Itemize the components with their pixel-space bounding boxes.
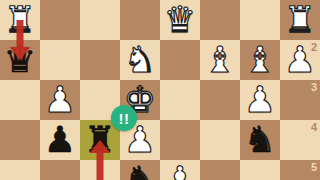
square-d4[interactable] [160, 120, 200, 160]
white-rook-a1[interactable]: ♜ [280, 0, 320, 40]
square-f5[interactable] [80, 160, 120, 180]
square-g5[interactable] [40, 160, 80, 180]
square-d2[interactable] [160, 40, 200, 80]
square-h1[interactable]: ♜ [0, 0, 40, 40]
square-h5[interactable] [0, 160, 40, 180]
square-g2[interactable] [40, 40, 80, 80]
white-knight-e2[interactable]: ♞ [120, 40, 160, 80]
square-e1[interactable] [120, 0, 160, 40]
white-bishop-c2[interactable]: ♝ [200, 40, 240, 80]
square-f2[interactable] [80, 40, 120, 80]
square-b3[interactable]: ♟ [240, 80, 280, 120]
square-b2[interactable]: ♝ [240, 40, 280, 80]
square-c5[interactable] [200, 160, 240, 180]
black-pawn-g4[interactable]: ♟ [40, 120, 80, 160]
square-c3[interactable] [200, 80, 240, 120]
rank-label-5: 5 [303, 161, 317, 174]
square-b1[interactable] [240, 0, 280, 40]
square-b4[interactable]: ♞ [240, 120, 280, 160]
white-queen-d1[interactable]: ♛ [160, 0, 200, 40]
square-h4[interactable] [0, 120, 40, 160]
square-d5[interactable]: ♟ [160, 160, 200, 180]
square-h3[interactable] [0, 80, 40, 120]
square-b5[interactable] [240, 160, 280, 180]
square-c1[interactable] [200, 0, 240, 40]
brilliant-move-badge: !! [111, 105, 137, 131]
square-d3[interactable] [160, 80, 200, 120]
white-rook-h1[interactable]: ♜ [0, 0, 40, 40]
black-queen-h2[interactable]: ♛ [0, 40, 40, 80]
square-d1[interactable]: ♛ [160, 0, 200, 40]
chess-board-screenshot: ♜♛♜♛♞♝♝♟♟♚♟♟♜♟♞♞♟ !! 2345 [0, 0, 320, 180]
square-g1[interactable] [40, 0, 80, 40]
brilliant-move-text: !! [119, 111, 130, 126]
square-h2[interactable]: ♛ [0, 40, 40, 80]
rank-label-3: 3 [303, 81, 317, 94]
square-f1[interactable] [80, 0, 120, 40]
square-c2[interactable]: ♝ [200, 40, 240, 80]
square-g3[interactable]: ♟ [40, 80, 80, 120]
white-pawn-d5[interactable]: ♟ [160, 160, 200, 180]
white-pawn-g3[interactable]: ♟ [40, 80, 80, 120]
rank-label-4: 4 [303, 121, 317, 134]
square-e2[interactable]: ♞ [120, 40, 160, 80]
rank-label-2: 2 [303, 41, 317, 54]
square-g4[interactable]: ♟ [40, 120, 80, 160]
square-c4[interactable] [200, 120, 240, 160]
square-a1[interactable]: ♜ [280, 0, 320, 40]
white-bishop-b2[interactable]: ♝ [240, 40, 280, 80]
board-grid: ♜♛♜♛♞♝♝♟♟♚♟♟♜♟♞♞♟ [0, 0, 320, 180]
square-e5[interactable]: ♞ [120, 160, 160, 180]
black-knight-e5[interactable]: ♞ [120, 160, 160, 180]
white-pawn-b3[interactable]: ♟ [240, 80, 280, 120]
black-knight-b4[interactable]: ♞ [240, 120, 280, 160]
